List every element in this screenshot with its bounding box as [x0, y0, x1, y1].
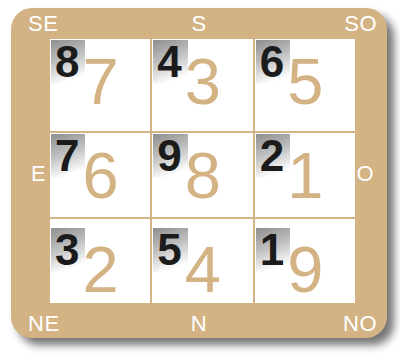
compass-label-n: N — [191, 312, 207, 335]
cell-o: 2 1 — [255, 133, 355, 217]
compass-frame: SE S SO E O NE N NO 8 7 4 3 6 5 7 6 — [11, 8, 387, 338]
compass-label-ne: NE — [28, 312, 60, 335]
tan-number: 7 — [82, 49, 118, 114]
compass-label-so: SO — [344, 12, 377, 35]
black-number: 3 — [51, 228, 85, 272]
cell-no: 1 9 — [255, 219, 355, 303]
cell-e: 7 6 — [50, 133, 150, 217]
cell-ne: 3 2 — [50, 219, 150, 303]
black-number: 5 — [153, 228, 187, 272]
cell-so: 6 5 — [255, 39, 355, 131]
compass-label-no: NO — [343, 312, 377, 335]
tan-number: 2 — [82, 237, 118, 302]
magic-square-grid: 8 7 4 3 6 5 7 6 9 8 2 1 — [50, 39, 355, 303]
tan-number: 9 — [287, 237, 323, 302]
black-number: 6 — [256, 40, 290, 84]
cell-s: 4 3 — [152, 39, 252, 131]
cell-se: 8 7 — [50, 39, 150, 131]
cell-n: 5 4 — [152, 219, 252, 303]
black-number: 7 — [51, 134, 85, 178]
flying-star-chart: SE S SO E O NE N NO 8 7 4 3 6 5 7 6 — [0, 0, 400, 360]
tan-number: 8 — [185, 143, 221, 208]
black-number: 4 — [153, 40, 187, 84]
compass-label-o: O — [356, 162, 374, 185]
tan-number: 4 — [185, 237, 221, 302]
compass-label-e: E — [31, 162, 46, 185]
compass-label-s: S — [191, 12, 206, 35]
tan-number: 6 — [82, 143, 118, 208]
compass-label-se: SE — [28, 12, 58, 35]
black-number: 2 — [256, 134, 290, 178]
cell-center: 9 8 — [152, 133, 252, 217]
tan-number: 1 — [287, 143, 323, 208]
tan-number: 3 — [185, 49, 221, 114]
black-number: 9 — [153, 134, 187, 178]
black-number: 1 — [256, 228, 290, 272]
tan-number: 5 — [287, 49, 323, 114]
black-number: 8 — [51, 40, 85, 84]
